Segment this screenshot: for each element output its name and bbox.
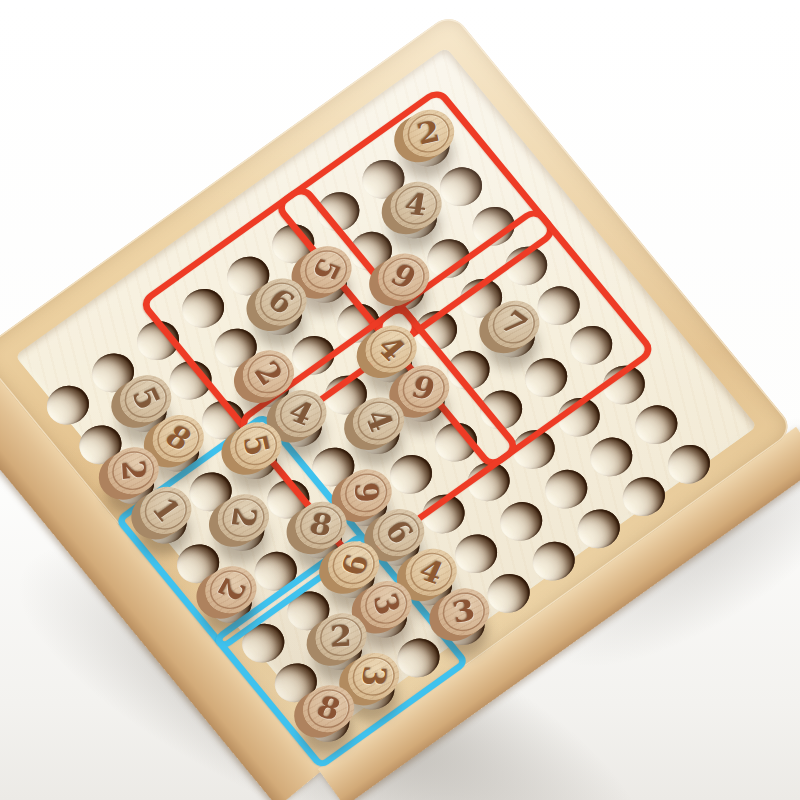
token-number: 2	[117, 459, 150, 482]
token-number: 2	[226, 506, 260, 529]
token-number: 9	[350, 482, 382, 504]
token-number: 3	[357, 666, 391, 688]
product-photo-stage: 2479549642496435893582232128	[0, 0, 800, 800]
token-number: 2	[330, 622, 352, 652]
